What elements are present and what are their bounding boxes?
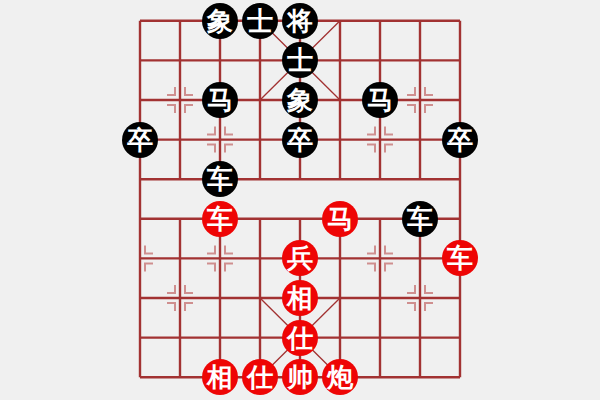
piece-black-advisor-2[interactable]: 士 bbox=[282, 42, 318, 78]
piece-black-advisor-1[interactable]: 士 bbox=[242, 3, 278, 39]
piece-black-horse-2[interactable]: 马 bbox=[362, 82, 398, 118]
piece-black-pawn-3[interactable]: 卒 bbox=[442, 122, 478, 158]
piece-red-cannon[interactable]: 炮 bbox=[322, 359, 358, 395]
piece-red-pawn[interactable]: 兵 bbox=[282, 240, 318, 276]
piece-black-general[interactable]: 将 bbox=[282, 3, 318, 39]
piece-black-chariot-2[interactable]: 车 bbox=[402, 201, 438, 237]
piece-red-general[interactable]: 帅 bbox=[282, 359, 318, 395]
piece-black-pawn-2[interactable]: 卒 bbox=[282, 122, 318, 158]
piece-black-horse-1[interactable]: 马 bbox=[202, 82, 238, 118]
piece-black-elephant-1[interactable]: 象 bbox=[202, 3, 238, 39]
piece-black-pawn-1[interactable]: 卒 bbox=[122, 122, 158, 158]
xiangqi-screenshot: 象士将士马象马卒卒卒车车车马兵车相仕相仕帅炮 bbox=[0, 0, 600, 400]
piece-red-elephant-2[interactable]: 相 bbox=[202, 359, 238, 395]
piece-red-elephant-1[interactable]: 相 bbox=[282, 280, 318, 316]
piece-red-advisor-2[interactable]: 仕 bbox=[242, 359, 278, 395]
piece-red-chariot-1[interactable]: 车 bbox=[202, 201, 238, 237]
piece-black-elephant-2[interactable]: 象 bbox=[282, 82, 318, 118]
piece-black-chariot-1[interactable]: 车 bbox=[202, 161, 238, 197]
xiangqi-board: 象士将士马象马卒卒卒车车车马兵车相仕相仕帅炮 bbox=[120, 1, 480, 397]
piece-red-horse[interactable]: 马 bbox=[322, 201, 358, 237]
pieces-layer: 象士将士马象马卒卒卒车车车马兵车相仕相仕帅炮 bbox=[120, 1, 480, 397]
piece-red-chariot-2[interactable]: 车 bbox=[442, 240, 478, 276]
piece-red-advisor-1[interactable]: 仕 bbox=[282, 320, 318, 356]
